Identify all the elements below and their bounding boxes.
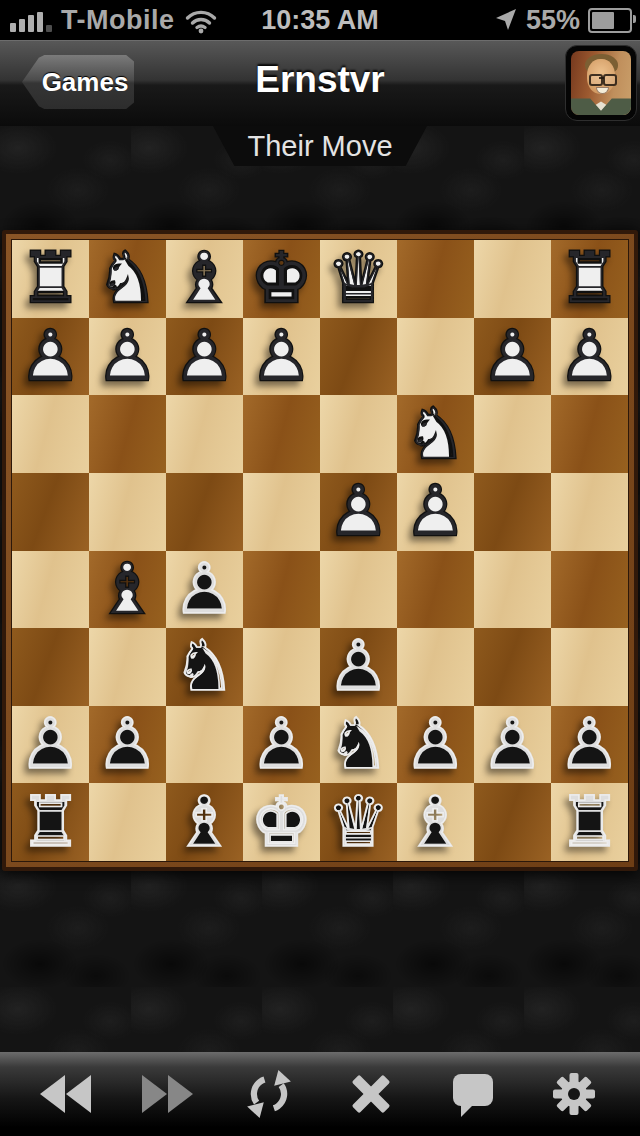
square-e7[interactable]: ♙ [243,706,320,784]
square-f3[interactable] [166,395,243,473]
square-d6[interactable]: ♙ [320,628,397,706]
opponent-name-title: Ernstvr [0,59,640,101]
square-d1[interactable]: ♕ [320,240,397,318]
chat-button[interactable] [437,1062,509,1126]
piece-white-pawn-a2[interactable]: ♙ [558,318,621,395]
square-h4[interactable] [12,473,89,551]
opponent-photo [571,51,631,115]
board-grid: ♖♘♗♔♕♖♙♙♙♙♙♙♘♙♙♗♙♘♙♙♙♙♘♙♙♙♖♗♔♕♗♖ [11,239,629,862]
square-g3[interactable] [89,395,166,473]
square-g5[interactable]: ♗ [89,551,166,629]
square-b1[interactable] [474,240,551,318]
square-a8[interactable]: ♖ [551,783,628,861]
square-f1[interactable]: ♗ [166,240,243,318]
piece-white-bishop-f1[interactable]: ♗ [173,240,236,317]
square-b5[interactable] [474,551,551,629]
square-h2[interactable]: ♙ [12,318,89,396]
square-e5[interactable] [243,551,320,629]
square-g6[interactable] [89,628,166,706]
square-b4[interactable] [474,473,551,551]
piece-white-pawn-f2[interactable]: ♙ [173,318,236,395]
piece-white-pawn-d4[interactable]: ♙ [327,473,390,550]
square-a5[interactable] [551,551,628,629]
square-b8[interactable] [474,783,551,861]
piece-white-pawn-e2[interactable]: ♙ [250,318,313,395]
square-b3[interactable] [474,395,551,473]
square-d8[interactable]: ♕ [320,783,397,861]
piece-white-king-e1[interactable]: ♔ [250,240,313,317]
square-c4[interactable]: ♙ [397,473,474,551]
resign-button[interactable] [335,1062,407,1126]
square-f6[interactable]: ♘ [166,628,243,706]
chat-bubble-icon [449,1070,497,1118]
battery-icon [588,8,632,33]
resign-x-icon [348,1071,394,1117]
piece-black-pawn-c7[interactable]: ♙ [404,706,467,783]
sync-icon [244,1069,294,1119]
square-e8[interactable]: ♔ [243,783,320,861]
piece-black-pawn-h7[interactable]: ♙ [19,706,82,783]
battery-percent: 55% [526,5,580,36]
piece-white-pawn-g2[interactable]: ♙ [96,318,159,395]
piece-white-pawn-h2[interactable]: ♙ [19,318,82,395]
square-e4[interactable] [243,473,320,551]
turn-banner-label: Their Move [247,130,392,163]
square-c2[interactable] [397,318,474,396]
square-a3[interactable] [551,395,628,473]
bottom-toolbar [0,1052,640,1136]
piece-black-rook-h8[interactable]: ♖ [19,784,82,861]
piece-black-pawn-a7[interactable]: ♙ [558,706,621,783]
square-a6[interactable] [551,628,628,706]
square-c1[interactable] [397,240,474,318]
square-d7[interactable]: ♘ [320,706,397,784]
square-a2[interactable]: ♙ [551,318,628,396]
piece-black-king-e8[interactable]: ♔ [250,784,313,861]
chess-board: ♖♘♗♔♕♖♙♙♙♙♙♙♘♙♙♗♙♘♙♙♙♙♘♙♙♙♖♗♔♕♗♖ [2,230,638,871]
square-e3[interactable] [243,395,320,473]
piece-white-bishop-g5[interactable]: ♗ [96,551,159,628]
square-a7[interactable]: ♙ [551,706,628,784]
square-c5[interactable] [397,551,474,629]
rewind-button[interactable] [30,1062,102,1126]
square-h3[interactable] [12,395,89,473]
square-c3[interactable]: ♘ [397,395,474,473]
square-d2[interactable] [320,318,397,396]
piece-white-rook-a1[interactable]: ♖ [558,240,621,317]
square-g1[interactable]: ♘ [89,240,166,318]
square-a1[interactable]: ♖ [551,240,628,318]
square-h6[interactable] [12,628,89,706]
turn-banner: Their Move [213,126,427,166]
square-h1[interactable]: ♖ [12,240,89,318]
status-bar: T-Mobile 10:35 AM 55% [0,0,640,40]
square-b2[interactable]: ♙ [474,318,551,396]
piece-white-pawn-c4[interactable]: ♙ [404,473,467,550]
piece-white-knight-c3[interactable]: ♘ [404,396,467,473]
square-f4[interactable] [166,473,243,551]
piece-white-pawn-b2[interactable]: ♙ [481,318,544,395]
piece-black-pawn-g7[interactable]: ♙ [96,706,159,783]
fast-forward-icon [141,1075,193,1113]
piece-black-pawn-d6[interactable]: ♙ [327,628,390,705]
piece-black-queen-d8[interactable]: ♕ [327,784,390,861]
piece-black-knight-d7[interactable]: ♘ [327,706,390,783]
square-g8[interactable] [89,783,166,861]
piece-black-knight-f6[interactable]: ♘ [173,628,236,705]
square-d4[interactable]: ♙ [320,473,397,551]
nav-bar: Games Ernstvr [0,40,640,126]
square-e2[interactable]: ♙ [243,318,320,396]
square-a4[interactable] [551,473,628,551]
square-c6[interactable] [397,628,474,706]
app-screen: T-Mobile 10:35 AM 55% Games Ernstvr [0,0,640,1136]
piece-black-pawn-e7[interactable]: ♙ [250,706,313,783]
square-f8[interactable]: ♗ [166,783,243,861]
piece-black-pawn-b7[interactable]: ♙ [481,706,544,783]
square-d3[interactable] [320,395,397,473]
opponent-avatar[interactable] [565,45,637,121]
piece-black-bishop-f8[interactable]: ♗ [173,784,236,861]
square-f2[interactable]: ♙ [166,318,243,396]
square-e6[interactable] [243,628,320,706]
square-h5[interactable] [12,551,89,629]
square-g4[interactable] [89,473,166,551]
piece-black-pawn-f5[interactable]: ♙ [173,551,236,628]
square-g7[interactable]: ♙ [89,706,166,784]
square-h7[interactable]: ♙ [12,706,89,784]
location-arrow-icon [494,8,518,32]
piece-white-knight-g1[interactable]: ♘ [96,240,159,317]
square-b6[interactable] [474,628,551,706]
fast-forward-button[interactable] [131,1062,203,1126]
piece-white-rook-h1[interactable]: ♖ [19,240,82,317]
sync-button[interactable] [233,1062,305,1126]
piece-black-rook-a8[interactable]: ♖ [558,784,621,861]
square-f5[interactable]: ♙ [166,551,243,629]
square-c8[interactable]: ♗ [397,783,474,861]
square-d5[interactable] [320,551,397,629]
piece-black-bishop-c8[interactable]: ♗ [404,784,467,861]
square-e1[interactable]: ♔ [243,240,320,318]
square-f7[interactable] [166,706,243,784]
settings-button[interactable] [538,1062,610,1126]
piece-white-queen-d1[interactable]: ♕ [327,240,390,317]
settings-gear-icon [550,1070,598,1118]
square-g2[interactable]: ♙ [89,318,166,396]
rewind-icon [40,1075,92,1113]
square-h8[interactable]: ♖ [12,783,89,861]
square-c7[interactable]: ♙ [397,706,474,784]
square-b7[interactable]: ♙ [474,706,551,784]
